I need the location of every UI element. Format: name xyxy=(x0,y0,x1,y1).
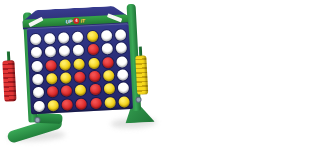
red-disc xyxy=(61,86,73,98)
red-disc xyxy=(89,71,101,83)
cell-r3c5[interactable] xyxy=(86,56,101,70)
giant-connect-four-set: UP 4 IT xyxy=(0,0,150,150)
empty-hole xyxy=(45,46,57,58)
yellow-disc xyxy=(103,70,115,82)
empty-hole xyxy=(44,33,56,45)
cell-r3c1[interactable] xyxy=(29,59,44,73)
yellow-disc xyxy=(75,85,87,97)
empty-hole xyxy=(58,32,70,44)
cell-r6c7[interactable] xyxy=(117,95,132,109)
cell-r2c5[interactable] xyxy=(86,43,101,57)
cell-r6c1[interactable] xyxy=(31,99,46,113)
red-disc-stack[interactable] xyxy=(2,60,16,102)
cell-r5c1[interactable] xyxy=(31,86,46,100)
cell-r3c6[interactable] xyxy=(101,56,116,70)
cell-r1c1[interactable] xyxy=(28,33,43,47)
empty-hole xyxy=(33,100,45,112)
cell-r4c7[interactable] xyxy=(116,68,131,82)
yellow-disc xyxy=(88,58,100,70)
red-disc xyxy=(102,57,114,69)
cell-r1c2[interactable] xyxy=(42,32,57,46)
empty-hole xyxy=(59,46,71,58)
empty-hole xyxy=(30,47,42,59)
cell-r1c4[interactable] xyxy=(71,30,86,44)
cell-r6c3[interactable] xyxy=(60,98,75,112)
logo: UP 4 IT xyxy=(65,17,85,24)
red-disc xyxy=(62,99,74,111)
red-disc xyxy=(76,98,88,110)
yellow-disc-stack[interactable] xyxy=(135,55,148,95)
cell-r5c4[interactable] xyxy=(73,84,88,98)
yellow-disc xyxy=(47,100,59,112)
logo-number-4: 4 xyxy=(73,18,79,24)
cell-r4c1[interactable] xyxy=(30,73,45,87)
cell-r2c2[interactable] xyxy=(43,45,58,59)
empty-hole xyxy=(30,34,42,46)
empty-hole xyxy=(116,43,128,55)
empty-hole xyxy=(117,69,129,81)
cell-r6c5[interactable] xyxy=(88,96,103,110)
right-chute-icon xyxy=(107,13,122,22)
board-grid xyxy=(28,28,132,113)
empty-hole xyxy=(102,43,114,55)
cell-r4c5[interactable] xyxy=(87,70,102,84)
empty-hole xyxy=(32,74,44,86)
cell-r5c5[interactable] xyxy=(88,83,103,97)
cell-r3c3[interactable] xyxy=(58,58,73,72)
red-disc xyxy=(47,86,59,98)
yellow-disc xyxy=(46,73,58,85)
empty-hole xyxy=(32,87,44,99)
cell-r4c6[interactable] xyxy=(101,69,116,83)
left-chute-icon xyxy=(28,16,43,26)
yellow-disc xyxy=(119,96,131,108)
left-foot-rear xyxy=(36,113,62,124)
yellow-disc xyxy=(74,58,86,70)
cell-r1c5[interactable] xyxy=(85,30,100,44)
empty-hole xyxy=(118,83,130,95)
cell-r3c2[interactable] xyxy=(44,59,59,73)
cell-r1c3[interactable] xyxy=(56,31,71,45)
logo-word-it: IT xyxy=(80,18,85,23)
empty-hole xyxy=(73,45,85,57)
cell-r1c7[interactable] xyxy=(114,28,129,42)
yellow-disc xyxy=(60,72,72,84)
cell-r2c4[interactable] xyxy=(71,44,86,58)
red-disc xyxy=(87,44,99,56)
cell-r6c2[interactable] xyxy=(46,98,61,112)
logo-word-up: UP xyxy=(66,19,73,24)
cell-r5c6[interactable] xyxy=(102,82,117,96)
cell-r3c7[interactable] xyxy=(115,55,130,69)
cell-r3c4[interactable] xyxy=(72,57,87,71)
red-disc xyxy=(74,72,86,84)
cell-r2c6[interactable] xyxy=(100,42,115,56)
cell-r5c3[interactable] xyxy=(59,84,74,98)
cell-r4c4[interactable] xyxy=(73,70,88,84)
yellow-disc xyxy=(87,31,99,43)
yellow-disc xyxy=(104,97,116,109)
red-disc xyxy=(45,60,57,72)
yellow-disc xyxy=(60,59,72,71)
empty-hole xyxy=(115,29,127,41)
cell-r4c2[interactable] xyxy=(44,72,59,86)
game-board xyxy=(27,23,133,114)
empty-hole xyxy=(31,61,43,73)
red-disc xyxy=(89,84,101,96)
cell-r5c2[interactable] xyxy=(45,85,60,99)
empty-hole xyxy=(117,56,129,68)
red-disc xyxy=(90,97,102,109)
empty-hole xyxy=(101,30,113,42)
cell-r5c7[interactable] xyxy=(116,81,131,95)
empty-hole xyxy=(72,32,84,44)
yellow-disc xyxy=(104,83,116,95)
cell-r2c7[interactable] xyxy=(114,41,129,55)
cell-r6c6[interactable] xyxy=(103,95,118,109)
cell-r2c3[interactable] xyxy=(57,44,72,58)
cell-r6c4[interactable] xyxy=(74,97,89,111)
cell-r1c6[interactable] xyxy=(99,29,114,43)
cell-r4c3[interactable] xyxy=(59,71,74,85)
cell-r2c1[interactable] xyxy=(29,46,44,60)
